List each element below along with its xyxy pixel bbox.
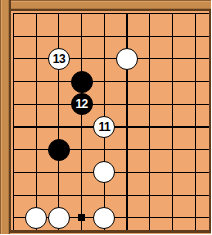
- grid-line-horizontal: [13, 104, 211, 105]
- grid-line-vertical: [149, 13, 150, 234]
- white-stone: [48, 207, 70, 229]
- grid-line-vertical: [172, 13, 173, 234]
- grid-line-horizontal: [13, 13, 211, 14]
- board-cut-edge-bottom: [10, 230, 211, 234]
- grid-line-horizontal: [13, 58, 211, 59]
- grid-line-vertical: [195, 13, 196, 234]
- board-frame-top: [0, 0, 211, 11]
- go-board: 131211: [0, 0, 211, 234]
- grid-line-vertical: [81, 13, 82, 234]
- white-stone: [25, 207, 47, 229]
- board-frame-left: [0, 0, 11, 234]
- move-number-label: 11: [98, 121, 110, 133]
- board-cut-edge-right: [209, 11, 212, 235]
- grid-line-horizontal: [13, 149, 211, 150]
- black-stone: [48, 139, 70, 161]
- black-stone: [71, 71, 93, 93]
- black-stone: 12: [71, 93, 93, 115]
- move-number-label: 12: [75, 98, 87, 110]
- white-stone: [93, 161, 115, 183]
- white-stone: [116, 48, 138, 70]
- white-stone: 11: [93, 116, 115, 138]
- grid-line-horizontal: [13, 81, 211, 82]
- grid-line-vertical: [13, 13, 14, 234]
- white-stone: 13: [48, 48, 70, 70]
- white-stone: [93, 207, 115, 229]
- grid-line-vertical: [36, 13, 37, 234]
- move-number-label: 13: [53, 53, 65, 65]
- grid-line-vertical: [126, 13, 127, 234]
- star-point: [78, 214, 85, 221]
- grid-line-horizontal: [13, 36, 211, 37]
- grid-line-vertical: [58, 13, 59, 234]
- go-diagram: 131211: [0, 0, 211, 234]
- grid-line-horizontal: [13, 195, 211, 196]
